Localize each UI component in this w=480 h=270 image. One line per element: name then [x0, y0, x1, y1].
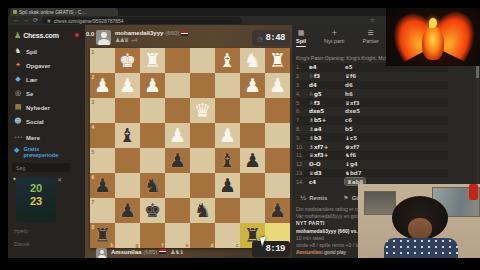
black-move[interactable]: ♛f6: [345, 73, 381, 79]
square-a1[interactable]: ♜: [265, 48, 290, 73]
promo-2023-banner[interactable]: 20 23 ✕ ✦: [16, 178, 56, 222]
panel-tab-nyt-parti[interactable]: +Nyt parti: [324, 29, 344, 47]
black-move[interactable]: d6: [345, 82, 381, 88]
square-b1[interactable]: ♞: [240, 48, 265, 73]
logo-text: Chess.com: [23, 32, 59, 39]
square-h4[interactable]: 4: [90, 123, 115, 148]
forward-icon[interactable]: →: [23, 16, 29, 25]
clock-icon: ◷: [257, 35, 262, 42]
square-e7[interactable]: [165, 198, 190, 223]
sidebar-item-social[interactable]: ☻Social: [14, 117, 44, 126]
square-e1[interactable]: [165, 48, 190, 73]
square-g7[interactable]: ♟: [115, 198, 140, 223]
chat-system-line: Din modstanders rating er nu...: [296, 206, 358, 213]
white-piece-p[interactable]: ♟: [265, 73, 290, 98]
streamer-shirt: [384, 238, 458, 258]
friends-icon: ☻: [14, 117, 22, 126]
bottom-player-flag-icon: [159, 249, 166, 254]
square-a7[interactable]: ♟: [265, 198, 290, 223]
white-move[interactable]: ♗b3: [309, 135, 345, 141]
square-d1[interactable]: [190, 48, 215, 73]
sidebar-search-input[interactable]: Søg: [12, 163, 70, 172]
black-piece-p[interactable]: ♟: [115, 198, 140, 223]
white-move[interactable]: ♗b5+: [309, 117, 345, 123]
square-g8[interactable]: g: [115, 223, 140, 248]
black-piece-n[interactable]: ♞: [140, 173, 165, 198]
white-move[interactable]: ♗xf7+: [309, 144, 345, 150]
square-c8[interactable]: c: [215, 223, 240, 248]
phoenix-logo-overlay: [386, 8, 480, 66]
letterbox-bottom: [0, 258, 480, 270]
tab-title: Spil skak online GRATIS - C...: [19, 9, 86, 15]
square-h3[interactable]: 3: [90, 98, 115, 123]
tab-glyph-icon: ▦: [296, 29, 306, 38]
square-d6[interactable]: [190, 173, 215, 198]
bookmark-star-icon[interactable]: ☆: [370, 16, 375, 25]
move-row: 9.♗b3♝c5: [296, 133, 448, 142]
diamond-icon: ◆: [14, 146, 19, 154]
sidebar-item-spil[interactable]: ♞Spil: [14, 47, 37, 56]
file-label: g: [135, 242, 138, 248]
tab-favicon: [13, 10, 17, 14]
square-a6[interactable]: [265, 173, 290, 198]
square-c4[interactable]: ♟: [215, 123, 240, 148]
white-move[interactable]: dxe5: [309, 108, 345, 114]
square-f4[interactable]: [140, 123, 165, 148]
square-d7[interactable]: ♞: [190, 198, 215, 223]
black-piece-n[interactable]: ♞: [190, 198, 215, 223]
chat-input[interactable]: Send en besked...: [296, 249, 356, 255]
white-piece-b[interactable]: ♝: [215, 48, 240, 73]
top-player-avatar[interactable]: [96, 30, 111, 45]
rank-label: 5: [92, 149, 95, 155]
chat-header-line: NYT PARTI: [296, 220, 358, 227]
move-row: 6.dxe5dxe5: [296, 107, 448, 116]
move-row: 4.♘g5h6: [296, 89, 448, 98]
square-b5[interactable]: ♟: [240, 148, 265, 173]
square-c1[interactable]: ♝: [215, 48, 240, 73]
black-piece-b[interactable]: ♝: [215, 148, 240, 173]
sidebar-item-lær[interactable]: ◆Lær: [14, 75, 37, 84]
square-e5[interactable]: ♟: [165, 148, 190, 173]
square-c3[interactable]: [215, 98, 240, 123]
rank-label: 4: [92, 124, 95, 130]
square-g3[interactable]: [115, 98, 140, 123]
white-move[interactable]: ♘g5: [309, 91, 345, 97]
sidebar-item-opgaver[interactable]: ✦Opgaver: [14, 61, 50, 70]
square-f1[interactable]: ♜: [140, 48, 165, 73]
square-d8[interactable]: d: [190, 223, 215, 248]
panel-tab-partier[interactable]: ☰Partier: [363, 29, 379, 47]
square-c2[interactable]: [215, 73, 240, 98]
square-g6[interactable]: [115, 173, 140, 198]
sidebar-item-nyheder[interactable]: ▤Nyheder: [14, 103, 50, 112]
webcam-overlay: [358, 184, 480, 258]
learn-icon: ◆: [14, 75, 22, 84]
square-h8[interactable]: 8h♜: [90, 223, 115, 248]
move-row: 13.♕d3♞bd7: [296, 169, 448, 178]
square-g5[interactable]: [115, 148, 140, 173]
news-icon: ▤: [14, 103, 22, 112]
top-player-rating: (660): [165, 30, 179, 36]
square-f5[interactable]: [140, 148, 165, 173]
move-row: 2.♘f3♛f6: [296, 72, 448, 81]
sidebar-item-mere[interactable]: ••• Mere: [14, 133, 40, 142]
square-f6[interactable]: ♞: [140, 173, 165, 198]
black-move[interactable]: dxe5: [345, 108, 381, 114]
square-e8[interactable]: e: [165, 223, 190, 248]
back-icon[interactable]: ←: [13, 16, 19, 25]
square-c6[interactable]: ♟: [215, 173, 240, 198]
white-move[interactable]: ♗a4: [309, 126, 345, 132]
file-label: h: [110, 242, 113, 248]
puzzle-icon: ✦: [14, 61, 22, 70]
black-move[interactable]: e5: [345, 64, 381, 70]
white-piece-r[interactable]: ♜: [140, 48, 165, 73]
white-clock: ◷ 8:48: [252, 30, 290, 46]
square-g1[interactable]: ♚: [115, 48, 140, 73]
sidebar-language-link[interactable]: Dansk: [14, 241, 30, 247]
black-move[interactable]: ♞bd7: [345, 170, 381, 176]
chesscom-logo[interactable]: ♟ Chess.com: [14, 30, 79, 40]
square-b4[interactable]: [240, 123, 265, 148]
rank-label: 3: [92, 99, 95, 105]
move-row: 12.O-O♝g4: [296, 160, 448, 169]
more-dots-icon: •••: [14, 133, 22, 142]
white-piece-k[interactable]: ♚: [115, 48, 140, 73]
white-piece-p[interactable]: ♟: [215, 123, 240, 148]
black-piece-p[interactable]: ♟: [265, 198, 290, 223]
promo-sparkle-icon: ✦: [12, 175, 17, 182]
move-row: 7.♗b5+c6: [296, 116, 448, 125]
black-piece-b[interactable]: ♝: [115, 123, 140, 148]
white-piece-r[interactable]: ♜: [265, 48, 290, 73]
white-move[interactable]: ♘f3: [309, 100, 345, 106]
square-h2[interactable]: 2♟: [90, 73, 115, 98]
square-e3[interactable]: [165, 98, 190, 123]
chat-system-line: 10 min rated: [296, 235, 358, 242]
sidebar-item-se[interactable]: ◎Se: [14, 89, 33, 98]
sidebar-help-link[interactable]: Hjælp: [14, 228, 28, 234]
bottom-player-name[interactable]: Amsunilaa: [111, 249, 141, 255]
draw-half-icon: ½: [300, 194, 306, 201]
white-move[interactable]: ♕xf3+: [309, 152, 345, 158]
white-piece-n[interactable]: ♞: [240, 48, 265, 73]
black-move[interactable]: c6: [345, 117, 381, 123]
white-piece-p[interactable]: ♟: [240, 73, 265, 98]
promo-year-bottom: 23: [16, 195, 56, 207]
file-label: f: [162, 242, 164, 248]
square-d2[interactable]: [190, 73, 215, 98]
bottom-player-rating: (685): [143, 249, 157, 255]
file-label: e: [186, 242, 189, 248]
square-c5[interactable]: ♝: [215, 148, 240, 173]
watch-icon: ◎: [14, 89, 22, 98]
chess-board: 1♚♜♝♞♜2♟♟♟♟♟3♛4♝♟♟5♟♝♟6♟♞♟7♟♚♞♟8h♜gfedcb…: [90, 48, 290, 248]
rank-label: 8: [92, 224, 95, 230]
square-c7[interactable]: [215, 198, 240, 223]
white-piece-p[interactable]: ♟: [165, 123, 190, 148]
black-piece-p[interactable]: ♟: [215, 173, 240, 198]
resign-flag-icon: ⚑: [343, 194, 348, 201]
phoenix-body: [422, 26, 444, 60]
square-a5[interactable]: [265, 148, 290, 173]
black-move[interactable]: h6: [345, 91, 381, 97]
rank-label: 7: [92, 199, 95, 205]
white-piece-q[interactable]: ♛: [190, 98, 215, 123]
square-b7[interactable]: [240, 198, 265, 223]
white-move[interactable]: ♘f3: [309, 73, 345, 79]
move-row: 5.♘f3♛xf3: [296, 98, 448, 107]
square-a3[interactable]: [265, 98, 290, 123]
square-f2[interactable]: ♟: [140, 73, 165, 98]
white-move[interactable]: d4: [309, 82, 345, 88]
square-d4[interactable]: [190, 123, 215, 148]
black-move[interactable]: b5: [345, 126, 381, 132]
streamer-face: [408, 218, 432, 240]
file-label: d: [210, 242, 213, 248]
promo-year-top: 20: [16, 182, 56, 195]
reload-icon[interactable]: ⟳: [33, 16, 38, 25]
black-move[interactable]: ♞f6: [345, 152, 381, 158]
move-row: 10.♗xf7+♚xf7: [296, 142, 448, 151]
top-player-captured-tray: ♟♟♛+4: [115, 36, 188, 44]
red-wall-object: [469, 184, 478, 200]
white-move[interactable]: ♕d3: [309, 170, 345, 176]
square-h5[interactable]: 5: [90, 148, 115, 173]
square-g4[interactable]: ♝: [115, 123, 140, 148]
sidebar-trial-link[interactable]: ◆ Gratis prøveperiode: [14, 146, 69, 158]
square-a4[interactable]: [265, 123, 290, 148]
tab-glyph-icon: +: [324, 29, 344, 38]
square-h6[interactable]: 6♟: [90, 173, 115, 198]
black-piece-p[interactable]: ♟: [240, 148, 265, 173]
square-d3[interactable]: ♛: [190, 98, 215, 123]
square-b3[interactable]: [240, 98, 265, 123]
white-piece-p[interactable]: ♟: [140, 73, 165, 98]
square-e4[interactable]: ♟: [165, 123, 190, 148]
url-text: chess.com/game/95928787854: [54, 18, 124, 24]
square-g2[interactable]: ♟: [115, 73, 140, 98]
logo-pawn-icon: ♟: [14, 31, 21, 40]
black-piece-p[interactable]: ♟: [165, 148, 190, 173]
draw-button[interactable]: ½ Remis: [300, 194, 327, 201]
eval-score: 0.0: [86, 31, 94, 37]
knight-icon: ♞: [14, 47, 22, 56]
top-player-flag-icon: [181, 31, 188, 36]
white-piece-p[interactable]: ♟: [115, 73, 140, 98]
promo-close-icon[interactable]: ✕: [57, 176, 62, 183]
wall-picture-left: [364, 191, 396, 215]
chat-system-line: Var mohamedali3yyy en god spiller?: [296, 213, 358, 220]
file-label: c: [236, 242, 239, 248]
rank-label: 6: [92, 174, 95, 180]
white-move[interactable]: c4: [309, 179, 345, 185]
material-advantage: +4: [131, 37, 137, 43]
rank-label: 2: [92, 74, 95, 80]
black-move[interactable]: ♛xf3: [345, 100, 381, 106]
url-field[interactable]: ▣ chess.com/game/95928787854: [42, 17, 242, 24]
black-piece-k[interactable]: ♚: [140, 198, 165, 223]
square-e6[interactable]: [165, 173, 190, 198]
white-move[interactable]: O-O: [309, 161, 345, 167]
square-b6[interactable]: [240, 173, 265, 198]
notification-dot: [75, 33, 79, 37]
black-move[interactable]: ♝g4: [345, 161, 381, 167]
square-d5[interactable]: [190, 148, 215, 173]
square-e2[interactable]: [165, 73, 190, 98]
white-move[interactable]: e4: [309, 64, 345, 70]
square-f8[interactable]: f: [140, 223, 165, 248]
bottom-player-captured-tray: ♟♞♝: [170, 248, 183, 255]
chat-strong-line: mohamedali3yyy (660) vs. Amsunilaa (685): [296, 228, 358, 235]
panel-tab-spil[interactable]: ▦Spil: [296, 29, 306, 47]
tab-glyph-icon: ☰: [363, 29, 379, 38]
site-info-icon[interactable]: ▣: [47, 18, 51, 23]
square-b2[interactable]: ♟: [240, 73, 265, 98]
move-row: 3.d4d6: [296, 81, 448, 90]
square-f7[interactable]: ♚: [140, 198, 165, 223]
letterbox-top: [0, 0, 480, 8]
square-h7[interactable]: 7: [90, 198, 115, 223]
rank-label: 1: [92, 49, 95, 55]
phoenix-head: [429, 18, 437, 28]
square-h1[interactable]: 1: [90, 48, 115, 73]
black-move[interactable]: ♚xf7: [345, 144, 381, 150]
square-f3[interactable]: [140, 98, 165, 123]
screen: Spil skak online GRATIS - C... ← → ⟳ ▣ c…: [0, 0, 480, 270]
black-clock: 8:19: [252, 241, 290, 257]
move-row: 11.♕xf3+♞f6: [296, 151, 448, 160]
move-list: 1.e4e52.♘f3♛f63.d4d64.♘g5h65.♘f3♛xf36.dx…: [296, 63, 448, 186]
square-a2[interactable]: ♟: [265, 73, 290, 98]
move-row: 8.♗a4b5: [296, 125, 448, 134]
black-move[interactable]: ♝c5: [345, 135, 381, 141]
browser-tab[interactable]: Spil skak online GRATIS - C...: [10, 8, 118, 16]
